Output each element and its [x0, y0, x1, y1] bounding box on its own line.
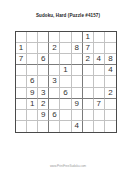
cell-r3c5	[60, 54, 71, 65]
cell-r4c1	[16, 65, 27, 76]
cell-r9c8	[94, 121, 105, 132]
cell-r1c2	[27, 32, 38, 43]
cell-r7c6: 9	[72, 99, 83, 110]
cell-r4c8	[94, 65, 105, 76]
cell-r6c7	[83, 88, 94, 99]
cell-r3c6	[72, 54, 83, 65]
cell-r6c1	[16, 88, 27, 99]
sudoku-page: Sudoku, Hard (Puzzle #4157) 112877624814…	[0, 0, 136, 176]
cell-r9c5	[60, 121, 71, 132]
cell-r1c4	[49, 32, 60, 43]
cell-r5c3	[38, 76, 49, 87]
cell-r7c2: 1	[27, 99, 38, 110]
cell-r5c1	[16, 76, 27, 87]
cell-r4c7	[83, 65, 94, 76]
cell-r7c1	[16, 99, 27, 110]
cell-r4c5: 1	[60, 65, 71, 76]
cell-r6c9: 2	[105, 88, 116, 99]
cell-r3c2	[27, 54, 38, 65]
cell-r5c7	[83, 76, 94, 87]
cell-r7c8: 7	[94, 99, 105, 110]
cell-r6c3: 3	[38, 88, 49, 99]
cell-r2c3	[38, 43, 49, 54]
cell-r7c7	[83, 99, 94, 110]
cell-r7c4	[49, 99, 60, 110]
cell-r8c3: 9	[38, 110, 49, 121]
cell-r3c8: 4	[94, 54, 105, 65]
cell-r8c2	[27, 110, 38, 121]
cell-r6c5: 6	[60, 88, 71, 99]
cell-r9c6: 4	[72, 121, 83, 132]
cell-r2c9	[105, 43, 116, 54]
cell-r9c3	[38, 121, 49, 132]
cell-r1c7: 1	[83, 32, 94, 43]
cell-r5c2: 6	[27, 76, 38, 87]
cell-r5c9	[105, 76, 116, 87]
cell-r2c6: 8	[72, 43, 83, 54]
cell-r6c4	[49, 88, 60, 99]
cell-r6c6	[72, 88, 83, 99]
cell-r4c6	[72, 65, 83, 76]
cell-r8c7	[83, 110, 94, 121]
footer-url: www.PrintFreeSudoku.com	[0, 164, 136, 168]
cell-r5c4: 3	[49, 76, 60, 87]
cell-r1c5	[60, 32, 71, 43]
cell-r6c2: 9	[27, 88, 38, 99]
cell-r2c7: 7	[83, 43, 94, 54]
cell-r8c5	[60, 110, 71, 121]
cell-r2c1: 1	[16, 43, 27, 54]
cell-r6c8	[94, 88, 105, 99]
cell-r8c1	[16, 110, 27, 121]
cell-r9c9	[105, 121, 116, 132]
cell-r4c3	[38, 65, 49, 76]
cell-r4c9: 4	[105, 65, 116, 76]
cell-r2c5	[60, 43, 71, 54]
cell-r2c8	[94, 43, 105, 54]
cell-r5c5	[60, 76, 71, 87]
cell-r7c5	[60, 99, 71, 110]
cell-r1c9	[105, 32, 116, 43]
cell-r9c2	[27, 121, 38, 132]
sudoku-board: 1128776248146393621297964	[15, 31, 117, 133]
cell-r8c4: 6	[49, 110, 60, 121]
cell-r5c6	[72, 76, 83, 87]
cell-r4c2	[27, 65, 38, 76]
cell-r3c3: 6	[38, 54, 49, 65]
cell-r7c3: 2	[38, 99, 49, 110]
cell-r4c4	[49, 65, 60, 76]
cell-r1c8	[94, 32, 105, 43]
cell-r3c4	[49, 54, 60, 65]
cell-r5c8	[94, 76, 105, 87]
cell-r9c4	[49, 121, 60, 132]
cell-r9c7	[83, 121, 94, 132]
cell-r8c6	[72, 110, 83, 121]
cell-r3c1: 7	[16, 54, 27, 65]
page-title: Sudoku, Hard (Puzzle #4157)	[0, 13, 136, 18]
cell-r2c2	[27, 43, 38, 54]
cell-r8c9	[105, 110, 116, 121]
cell-r3c9: 8	[105, 54, 116, 65]
cell-r3c7: 2	[83, 54, 94, 65]
cell-r1c1	[16, 32, 27, 43]
cell-r2c4: 2	[49, 43, 60, 54]
cell-r8c8	[94, 110, 105, 121]
cell-r9c1	[16, 121, 27, 132]
cell-r1c3	[38, 32, 49, 43]
cell-r1c6	[72, 32, 83, 43]
cell-r7c9	[105, 99, 116, 110]
